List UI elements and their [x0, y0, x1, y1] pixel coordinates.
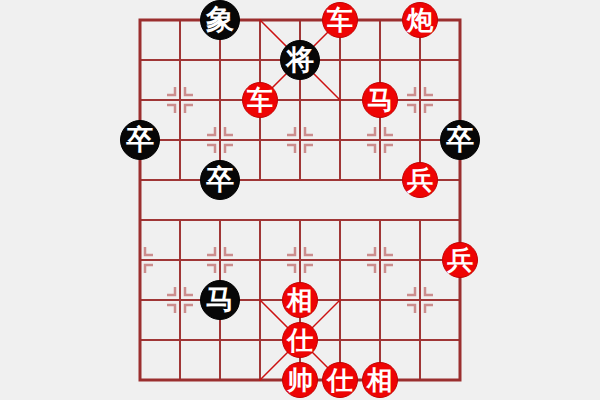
- point-5-2[interactable]: [320, 80, 360, 120]
- point-8-0[interactable]: [440, 0, 480, 40]
- point-2-7[interactable]: 马: [200, 280, 240, 320]
- point-3-9[interactable]: [240, 360, 280, 400]
- point-7-2[interactable]: [400, 80, 440, 120]
- point-2-9[interactable]: [200, 360, 240, 400]
- point-1-8[interactable]: [160, 320, 200, 360]
- point-5-8[interactable]: [320, 320, 360, 360]
- point-2-6[interactable]: [200, 240, 240, 280]
- point-7-8[interactable]: [400, 320, 440, 360]
- red-chariot[interactable]: 车: [322, 2, 358, 38]
- point-5-4[interactable]: [320, 160, 360, 200]
- red-advisor[interactable]: 仕: [322, 362, 358, 398]
- point-4-9[interactable]: 帅: [280, 360, 320, 400]
- black-horse[interactable]: 马: [200, 280, 240, 320]
- black-general[interactable]: 将: [280, 40, 320, 80]
- point-4-6[interactable]: [280, 240, 320, 280]
- point-8-1[interactable]: [440, 40, 480, 80]
- point-6-3[interactable]: [360, 120, 400, 160]
- point-6-7[interactable]: [360, 280, 400, 320]
- point-0-5[interactable]: [120, 200, 160, 240]
- point-0-3[interactable]: 卒: [120, 120, 160, 160]
- point-7-4[interactable]: 兵: [400, 160, 440, 200]
- point-7-6[interactable]: [400, 240, 440, 280]
- point-3-1[interactable]: [240, 40, 280, 80]
- point-0-2[interactable]: [120, 80, 160, 120]
- point-1-0[interactable]: [160, 0, 200, 40]
- point-4-0[interactable]: [280, 0, 320, 40]
- point-0-8[interactable]: [120, 320, 160, 360]
- point-5-7[interactable]: [320, 280, 360, 320]
- point-6-9[interactable]: 相: [360, 360, 400, 400]
- point-6-0[interactable]: [360, 0, 400, 40]
- point-4-5[interactable]: [280, 200, 320, 240]
- point-8-4[interactable]: [440, 160, 480, 200]
- point-1-1[interactable]: [160, 40, 200, 80]
- point-2-0[interactable]: 象: [200, 0, 240, 40]
- point-8-3[interactable]: 卒: [440, 120, 480, 160]
- point-0-0[interactable]: [120, 0, 160, 40]
- red-advisor[interactable]: 仕: [282, 322, 318, 358]
- point-0-9[interactable]: [120, 360, 160, 400]
- point-5-0[interactable]: 车: [320, 0, 360, 40]
- red-soldier[interactable]: 兵: [402, 162, 438, 198]
- black-soldier[interactable]: 卒: [440, 120, 480, 160]
- point-1-2[interactable]: [160, 80, 200, 120]
- red-general[interactable]: 帅: [282, 362, 318, 398]
- point-8-2[interactable]: [440, 80, 480, 120]
- point-2-1[interactable]: [200, 40, 240, 80]
- point-1-7[interactable]: [160, 280, 200, 320]
- point-3-8[interactable]: [240, 320, 280, 360]
- point-0-7[interactable]: [120, 280, 160, 320]
- point-4-4[interactable]: [280, 160, 320, 200]
- point-1-9[interactable]: [160, 360, 200, 400]
- board-intersections: 象车炮将车马卒卒卒兵兵马相仕帅仕相: [120, 0, 480, 400]
- point-8-8[interactable]: [440, 320, 480, 360]
- point-3-2[interactable]: 车: [240, 80, 280, 120]
- point-2-2[interactable]: [200, 80, 240, 120]
- point-0-1[interactable]: [120, 40, 160, 80]
- red-chariot[interactable]: 车: [242, 82, 278, 118]
- point-5-3[interactable]: [320, 120, 360, 160]
- point-7-5[interactable]: [400, 200, 440, 240]
- point-3-6[interactable]: [240, 240, 280, 280]
- point-0-4[interactable]: [120, 160, 160, 200]
- point-1-5[interactable]: [160, 200, 200, 240]
- point-6-8[interactable]: [360, 320, 400, 360]
- point-8-7[interactable]: [440, 280, 480, 320]
- red-horse[interactable]: 马: [362, 82, 398, 118]
- point-2-8[interactable]: [200, 320, 240, 360]
- point-4-8[interactable]: 仕: [280, 320, 320, 360]
- point-8-9[interactable]: [440, 360, 480, 400]
- black-elephant[interactable]: 象: [200, 0, 240, 40]
- point-4-2[interactable]: [280, 80, 320, 120]
- point-1-3[interactable]: [160, 120, 200, 160]
- point-5-1[interactable]: [320, 40, 360, 80]
- point-1-6[interactable]: [160, 240, 200, 280]
- point-7-7[interactable]: [400, 280, 440, 320]
- point-2-3[interactable]: [200, 120, 240, 160]
- point-5-5[interactable]: [320, 200, 360, 240]
- point-6-2[interactable]: 马: [360, 80, 400, 120]
- point-6-4[interactable]: [360, 160, 400, 200]
- point-4-3[interactable]: [280, 120, 320, 160]
- point-8-5[interactable]: [440, 200, 480, 240]
- red-elephant[interactable]: 相: [282, 282, 318, 318]
- black-soldier[interactable]: 卒: [200, 160, 240, 200]
- point-8-6[interactable]: 兵: [440, 240, 480, 280]
- red-soldier[interactable]: 兵: [442, 242, 478, 278]
- point-2-5[interactable]: [200, 200, 240, 240]
- point-3-7[interactable]: [240, 280, 280, 320]
- point-0-6[interactable]: [120, 240, 160, 280]
- point-6-5[interactable]: [360, 200, 400, 240]
- point-6-1[interactable]: [360, 40, 400, 80]
- point-3-3[interactable]: [240, 120, 280, 160]
- red-elephant[interactable]: 相: [362, 362, 398, 398]
- point-7-3[interactable]: [400, 120, 440, 160]
- point-5-6[interactable]: [320, 240, 360, 280]
- point-3-0[interactable]: [240, 0, 280, 40]
- point-4-7[interactable]: 相: [280, 280, 320, 320]
- xiangqi-board: 象车炮将车马卒卒卒兵兵马相仕帅仕相: [0, 0, 600, 400]
- point-4-1[interactable]: 将: [280, 40, 320, 80]
- point-7-1[interactable]: [400, 40, 440, 80]
- point-7-0[interactable]: 炮: [400, 0, 440, 40]
- point-6-6[interactable]: [360, 240, 400, 280]
- point-3-5[interactable]: [240, 200, 280, 240]
- point-5-9[interactable]: 仕: [320, 360, 360, 400]
- point-1-4[interactable]: [160, 160, 200, 200]
- red-cannon[interactable]: 炮: [402, 2, 438, 38]
- point-2-4[interactable]: 卒: [200, 160, 240, 200]
- point-3-4[interactable]: [240, 160, 280, 200]
- point-7-9[interactable]: [400, 360, 440, 400]
- black-soldier[interactable]: 卒: [120, 120, 160, 160]
